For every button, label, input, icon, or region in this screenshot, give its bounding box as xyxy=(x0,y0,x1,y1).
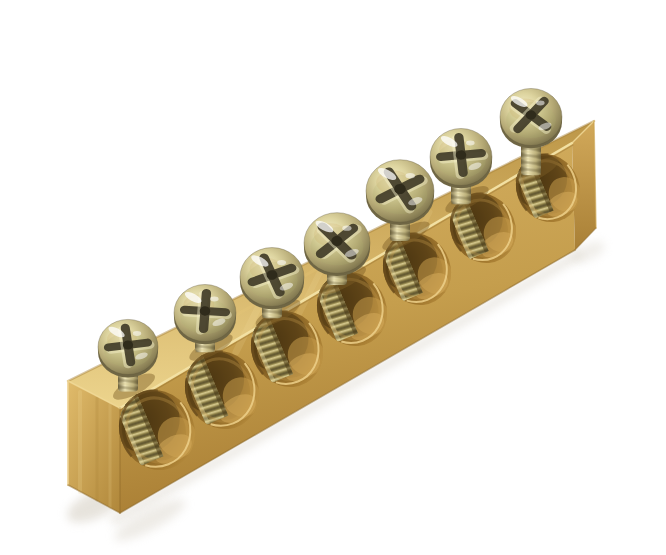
terminal-block-illustration xyxy=(0,0,666,555)
product-photo xyxy=(0,0,666,555)
